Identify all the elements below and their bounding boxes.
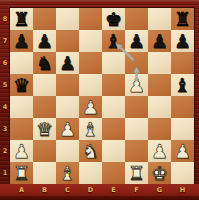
square-a3[interactable] — [10, 118, 33, 140]
square-g8[interactable] — [148, 8, 171, 30]
square-f7[interactable]: ♟ — [125, 30, 148, 52]
square-h6[interactable] — [171, 52, 194, 74]
square-f5[interactable]: ♟ — [125, 74, 148, 96]
square-c4[interactable] — [56, 96, 79, 118]
chess-board[interactable]: ♜♚♜♟♟♝♟♟♟♞♟♛♟♝♟♛♟♝♟♞♟♟♜♝♜♚ — [10, 8, 194, 184]
square-d6[interactable] — [79, 52, 102, 74]
square-f1[interactable]: ♜ — [125, 162, 148, 184]
square-g2[interactable]: ♟ — [148, 140, 171, 162]
square-h8[interactable]: ♜ — [171, 8, 194, 30]
square-a8[interactable]: ♜ — [10, 8, 33, 30]
rank-label-2: 2 — [0, 140, 10, 162]
black-pawn[interactable]: ♟ — [148, 30, 171, 52]
square-e4[interactable] — [102, 96, 125, 118]
square-a1[interactable]: ♜ — [10, 162, 33, 184]
white-queen[interactable]: ♛ — [33, 118, 56, 140]
square-d8[interactable] — [79, 8, 102, 30]
square-c1[interactable]: ♝ — [56, 162, 79, 184]
file-label-a: A — [10, 184, 33, 196]
square-c2[interactable] — [56, 140, 79, 162]
black-queen[interactable]: ♛ — [10, 74, 33, 96]
white-king[interactable]: ♚ — [148, 162, 171, 184]
black-pawn[interactable]: ♟ — [33, 30, 56, 52]
square-a7[interactable]: ♟ — [10, 30, 33, 52]
black-pawn[interactable]: ♟ — [125, 30, 148, 52]
file-label-c: C — [56, 184, 79, 196]
white-rook[interactable]: ♜ — [10, 162, 33, 184]
black-pawn[interactable]: ♟ — [56, 52, 79, 74]
square-b2[interactable] — [33, 140, 56, 162]
white-pawn[interactable]: ♟ — [125, 74, 148, 96]
square-a5[interactable]: ♛ — [10, 74, 33, 96]
file-label-e: E — [102, 184, 125, 196]
square-h2[interactable]: ♟ — [171, 140, 194, 162]
square-c5[interactable] — [56, 74, 79, 96]
black-pawn[interactable]: ♟ — [171, 30, 194, 52]
square-c7[interactable] — [56, 30, 79, 52]
square-a6[interactable] — [10, 52, 33, 74]
square-d1[interactable] — [79, 162, 102, 184]
square-g4[interactable] — [148, 96, 171, 118]
square-b4[interactable] — [33, 96, 56, 118]
square-b5[interactable] — [33, 74, 56, 96]
frame-bottom-strip — [0, 196, 199, 200]
white-pawn[interactable]: ♟ — [171, 140, 194, 162]
square-c8[interactable] — [56, 8, 79, 30]
square-f8[interactable] — [125, 8, 148, 30]
square-h7[interactable]: ♟ — [171, 30, 194, 52]
file-label-band: ABCDEFGH — [0, 184, 199, 196]
square-e8[interactable]: ♚ — [102, 8, 125, 30]
black-king[interactable]: ♚ — [102, 8, 125, 30]
rank-label-6: 6 — [0, 52, 10, 74]
square-f2[interactable] — [125, 140, 148, 162]
square-e3[interactable] — [102, 118, 125, 140]
file-label-g: G — [148, 184, 171, 196]
square-b6[interactable]: ♞ — [33, 52, 56, 74]
file-labels: ABCDEFGH — [10, 184, 194, 196]
black-bishop[interactable]: ♝ — [102, 30, 125, 52]
square-d3[interactable]: ♝ — [79, 118, 102, 140]
square-f3[interactable] — [125, 118, 148, 140]
square-b3[interactable]: ♛ — [33, 118, 56, 140]
rank-label-8: 8 — [0, 8, 10, 30]
file-label-h: H — [171, 184, 194, 196]
white-pawn[interactable]: ♟ — [56, 118, 79, 140]
square-d2[interactable]: ♞ — [79, 140, 102, 162]
square-a4[interactable] — [10, 96, 33, 118]
file-label-b: B — [33, 184, 56, 196]
rank-labels: 87654321 — [0, 8, 10, 184]
white-bishop[interactable]: ♝ — [56, 162, 79, 184]
square-g1[interactable]: ♚ — [148, 162, 171, 184]
square-h5[interactable]: ♝ — [171, 74, 194, 96]
black-rook[interactable]: ♜ — [10, 8, 33, 30]
square-c3[interactable]: ♟ — [56, 118, 79, 140]
square-f4[interactable] — [125, 96, 148, 118]
square-g3[interactable] — [148, 118, 171, 140]
file-label-f: F — [125, 184, 148, 196]
square-f6[interactable] — [125, 52, 148, 74]
square-e6[interactable] — [102, 52, 125, 74]
square-d4[interactable]: ♟ — [79, 96, 102, 118]
square-d5[interactable] — [79, 74, 102, 96]
rank-label-7: 7 — [0, 30, 10, 52]
black-pawn[interactable]: ♟ — [10, 30, 33, 52]
black-bishop[interactable]: ♝ — [171, 74, 194, 96]
square-g6[interactable] — [148, 52, 171, 74]
square-a2[interactable]: ♟ — [10, 140, 33, 162]
square-h4[interactable] — [171, 96, 194, 118]
square-g5[interactable] — [148, 74, 171, 96]
file-label-d: D — [79, 184, 102, 196]
chess-board-frame: 87654321 ♜♚♜♟♟♝♟♟♟♞♟♛♟♝♟♛♟♝♟♞♟♟♜♝♜♚ ABCD… — [0, 0, 199, 200]
black-rook[interactable]: ♜ — [171, 8, 194, 30]
square-e2[interactable] — [102, 140, 125, 162]
rank-label-1: 1 — [0, 162, 10, 184]
square-e1[interactable] — [102, 162, 125, 184]
white-pawn[interactable]: ♟ — [148, 140, 171, 162]
square-g7[interactable]: ♟ — [148, 30, 171, 52]
rank-label-5: 5 — [0, 74, 10, 96]
square-e7[interactable]: ♝ — [102, 30, 125, 52]
white-bishop[interactable]: ♝ — [79, 118, 102, 140]
rank-label-3: 3 — [0, 118, 10, 140]
white-rook[interactable]: ♜ — [125, 162, 148, 184]
white-pawn[interactable]: ♟ — [10, 140, 33, 162]
black-knight[interactable]: ♞ — [33, 52, 56, 74]
square-d7[interactable] — [79, 30, 102, 52]
square-e5[interactable] — [102, 74, 125, 96]
white-knight[interactable]: ♞ — [79, 140, 102, 162]
white-pawn[interactable]: ♟ — [79, 96, 102, 118]
square-b7[interactable]: ♟ — [33, 30, 56, 52]
square-h1[interactable] — [171, 162, 194, 184]
rank-label-4: 4 — [0, 96, 10, 118]
square-b8[interactable] — [33, 8, 56, 30]
square-b1[interactable] — [33, 162, 56, 184]
square-h3[interactable] — [171, 118, 194, 140]
square-c6[interactable]: ♟ — [56, 52, 79, 74]
